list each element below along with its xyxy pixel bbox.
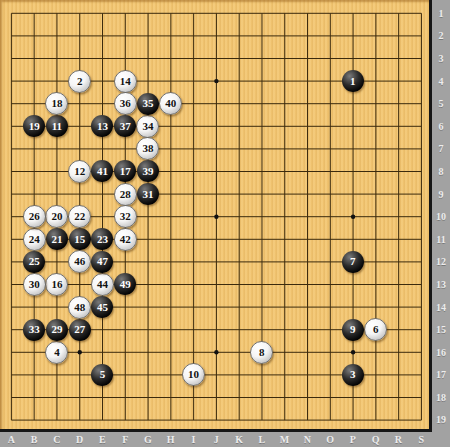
stone-white-38-G7: 38 (136, 137, 159, 160)
stone-black-3-P17: 3 (342, 364, 364, 386)
row-label-9: 9 (432, 183, 450, 206)
stone-white-40-H5: 40 (159, 92, 182, 115)
column-label-D: D (68, 432, 91, 447)
stone-black-39-G8: 39 (137, 160, 159, 182)
stone-white-30-B13: 30 (23, 273, 46, 296)
row-label-16: 16 (432, 341, 450, 364)
row-label-13: 13 (432, 273, 450, 296)
stone-black-41-E8: 41 (91, 160, 113, 182)
column-label-L: L (250, 432, 273, 447)
stone-black-33-B15: 33 (23, 319, 45, 341)
stone-white-32-F10: 32 (114, 205, 137, 228)
stone-black-25-B12: 25 (23, 251, 45, 273)
row-label-4: 4 (432, 70, 450, 93)
stone-black-23-E11: 23 (91, 228, 113, 250)
stone-white-2-D4: 2 (68, 70, 91, 93)
stone-white-20-C10: 20 (45, 205, 68, 228)
column-label-A: A (0, 432, 23, 447)
column-label-H: H (159, 432, 182, 447)
column-label-F: F (114, 432, 137, 447)
stone-black-11-C6: 11 (46, 115, 68, 137)
row-label-7: 7 (432, 138, 450, 161)
stone-white-28-F9: 28 (114, 183, 137, 206)
stone-black-35-G5: 35 (137, 93, 159, 115)
row-label-15: 15 (432, 318, 450, 341)
stone-black-15-D11: 15 (69, 228, 91, 250)
row-label-2: 2 (432, 25, 450, 48)
stones-layer: 1234567891011121314151617181920212223242… (0, 2, 433, 432)
column-label-K: K (228, 432, 251, 447)
stone-black-27-D15: 27 (69, 319, 91, 341)
row-label-18: 18 (432, 386, 450, 409)
column-label-C: C (46, 432, 69, 447)
column-label-G: G (137, 432, 160, 447)
stone-white-24-B11: 24 (23, 228, 46, 251)
column-label-R: R (387, 432, 410, 447)
row-label-8: 8 (432, 160, 450, 183)
column-label-I: I (182, 432, 205, 447)
stone-black-21-C11: 21 (46, 228, 68, 250)
column-label-S: S (410, 432, 433, 447)
stone-white-34-G6: 34 (136, 115, 159, 138)
stone-white-46-D12: 46 (68, 250, 91, 273)
stone-black-47-E12: 47 (91, 251, 113, 273)
stone-white-48-D14: 48 (68, 296, 91, 319)
stone-white-8-L16: 8 (250, 341, 273, 364)
row-label-14: 14 (432, 296, 450, 319)
row-label-1: 1 (432, 2, 450, 25)
stone-black-17-F8: 17 (114, 160, 136, 182)
stone-black-45-E14: 45 (91, 296, 113, 318)
stone-black-5-E17: 5 (91, 364, 113, 386)
column-label-N: N (296, 432, 319, 447)
row-label-5: 5 (432, 92, 450, 115)
stone-white-42-F11: 42 (114, 228, 137, 251)
goban[interactable]: 1234567891011121314151617181920212223242… (0, 0, 432, 432)
stone-black-29-C15: 29 (46, 319, 68, 341)
stone-white-44-E13: 44 (91, 273, 114, 296)
stone-white-22-D10: 22 (68, 205, 91, 228)
stone-black-9-P15: 9 (342, 319, 364, 341)
column-label-B: B (23, 432, 46, 447)
stone-white-36-F5: 36 (114, 92, 137, 115)
stone-black-13-E6: 13 (91, 115, 113, 137)
column-label-Q: Q (364, 432, 387, 447)
stone-white-18-C5: 18 (45, 92, 68, 115)
row-label-10: 10 (432, 205, 450, 228)
stone-white-12-D8: 12 (68, 160, 91, 183)
row-label-6: 6 (432, 115, 450, 138)
stone-white-6-Q15: 6 (364, 318, 387, 341)
stone-black-7-P12: 7 (342, 251, 364, 273)
stone-white-10-I17: 10 (182, 363, 205, 386)
column-label-P: P (341, 432, 364, 447)
row-label-17: 17 (432, 364, 450, 387)
row-label-3: 3 (432, 47, 450, 70)
stone-black-49-F13: 49 (114, 273, 136, 295)
stone-white-16-C13: 16 (45, 273, 68, 296)
column-label-E: E (91, 432, 114, 447)
go-diagram-screen: 1234567891011121314151617181920212223242… (0, 0, 450, 447)
row-label-11: 11 (432, 228, 450, 251)
stone-black-31-G9: 31 (137, 183, 159, 205)
row-label-19: 19 (432, 409, 450, 432)
column-labels: ABCDEFGHIJKLMNOPQRS (0, 432, 433, 447)
column-label-M: M (273, 432, 296, 447)
stone-black-19-B6: 19 (23, 115, 45, 137)
stone-black-1-P4: 1 (342, 70, 364, 92)
row-label-12: 12 (432, 251, 450, 274)
column-label-O: O (319, 432, 342, 447)
row-labels: 12345678910111213141516171819 (432, 2, 450, 432)
stone-white-4-C16: 4 (45, 341, 68, 364)
stone-white-14-F4: 14 (114, 70, 137, 93)
column-label-J: J (205, 432, 228, 447)
stone-white-26-B10: 26 (23, 205, 46, 228)
stone-black-37-F6: 37 (114, 115, 136, 137)
